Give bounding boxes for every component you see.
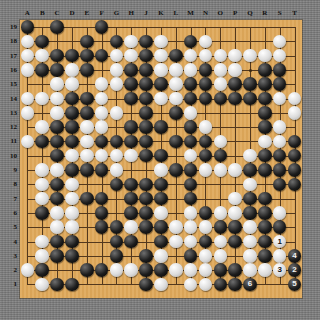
intersection-F3[interactable] [95, 249, 109, 263]
intersection-L6[interactable] [169, 206, 183, 220]
intersection-Q19[interactable] [243, 20, 257, 34]
intersection-H13[interactable] [124, 106, 138, 120]
intersection-L18[interactable] [169, 34, 183, 48]
intersection-H19[interactable] [124, 20, 138, 34]
black-stone-K10 [154, 149, 168, 163]
move-number-label: 4 [292, 252, 296, 260]
intersection-A15[interactable] [20, 77, 34, 91]
black-stone-J12 [139, 120, 153, 134]
black-stone-D11 [65, 135, 79, 149]
intersection-L3[interactable] [169, 249, 183, 263]
intersection-R18[interactable] [258, 34, 272, 48]
white-stone-D8 [65, 178, 79, 192]
white-stone-M6 [184, 206, 198, 220]
white-stone-K18 [154, 35, 168, 49]
column-label-A: A [20, 9, 34, 17]
white-stone-L15 [169, 77, 183, 91]
intersection-N8[interactable] [198, 177, 212, 191]
intersection-E1[interactable] [80, 277, 94, 291]
intersection-T19[interactable] [288, 20, 302, 34]
intersection-L7[interactable] [169, 192, 183, 206]
black-stone-B11 [35, 135, 49, 149]
intersection-G14[interactable] [109, 92, 123, 106]
black-stone-R7 [258, 192, 272, 206]
black-stone-C17 [50, 49, 64, 63]
white-stone-B12 [35, 120, 49, 134]
move-number-label: 1 [277, 238, 281, 246]
black-stone-R9 [258, 163, 272, 177]
white-stone-K3 [154, 249, 168, 263]
white-stone-L16 [169, 63, 183, 77]
white-stone-L14 [169, 92, 183, 106]
white-stone-E11 [80, 135, 94, 149]
black-stone-E13 [80, 106, 94, 120]
intersection-Q11[interactable] [243, 134, 257, 148]
white-stone-P6 [228, 206, 242, 220]
intersection-A1[interactable] [20, 277, 34, 291]
intersection-P13[interactable] [228, 106, 242, 120]
intersection-C2[interactable] [50, 263, 64, 277]
black-stone-R16 [258, 63, 272, 77]
black-stone-E2 [80, 263, 94, 277]
intersection-K19[interactable] [154, 20, 168, 34]
intersection-O7[interactable] [213, 192, 227, 206]
black-stone-R14 [258, 92, 272, 106]
intersection-O8[interactable] [213, 177, 227, 191]
go-board[interactable]: 143265 [20, 20, 302, 298]
white-stone-Q5 [243, 220, 257, 234]
black-stone-S16 [273, 63, 287, 77]
intersection-L12[interactable] [169, 120, 183, 134]
black-stone-D12 [65, 120, 79, 134]
white-stone-O16 [214, 63, 228, 77]
move-number-label: 2 [292, 266, 296, 274]
white-stone-N5 [199, 220, 213, 234]
intersection-Q13[interactable] [243, 106, 257, 120]
white-stone-L2 [169, 263, 183, 277]
black-stone-Q6 [243, 206, 257, 220]
white-stone-G2 [110, 263, 124, 277]
intersection-L10[interactable] [169, 149, 183, 163]
white-stone-E10 [80, 149, 94, 163]
intersection-A8[interactable] [20, 177, 34, 191]
white-stone-G13 [110, 106, 124, 120]
white-stone-O15 [214, 77, 228, 91]
intersection-H1[interactable] [124, 277, 138, 291]
intersection-G12[interactable] [109, 120, 123, 134]
row-label-5: 5 [0, 223, 17, 231]
intersection-E4[interactable] [80, 235, 94, 249]
intersection-H3[interactable] [124, 249, 138, 263]
black-stone-J11 [139, 135, 153, 149]
white-stone-E12 [80, 120, 94, 134]
black-stone-K5 [154, 220, 168, 234]
intersection-A7[interactable] [20, 192, 34, 206]
column-label-O: O [213, 9, 227, 17]
intersection-E3[interactable] [80, 249, 94, 263]
black-stone-Q1: 6 [243, 278, 257, 292]
intersection-D19[interactable] [65, 20, 79, 34]
intersection-T15[interactable] [288, 77, 302, 91]
column-label-T: T [288, 9, 302, 17]
intersection-B19[interactable] [35, 20, 49, 34]
row-label-15: 15 [0, 80, 17, 88]
black-stone-G5 [110, 220, 124, 234]
intersection-G1[interactable] [109, 277, 123, 291]
black-stone-D14 [65, 92, 79, 106]
black-stone-E9 [80, 163, 94, 177]
white-stone-K9 [154, 163, 168, 177]
intersection-J19[interactable] [139, 20, 153, 34]
black-stone-R3 [258, 249, 272, 263]
white-stone-K14 [154, 92, 168, 106]
black-stone-P1 [228, 278, 242, 292]
white-stone-P16 [228, 63, 242, 77]
black-stone-J5 [139, 220, 153, 234]
column-label-J: J [139, 9, 153, 17]
row-label-16: 16 [0, 66, 17, 74]
black-stone-J18 [139, 35, 153, 49]
white-stone-N12 [199, 120, 213, 134]
white-stone-D5 [65, 220, 79, 234]
white-stone-G9 [110, 163, 124, 177]
black-stone-J6 [139, 206, 153, 220]
row-label-7: 7 [0, 195, 17, 203]
black-stone-C19 [50, 20, 64, 34]
black-stone-C4 [50, 235, 64, 249]
black-stone-C1 [50, 278, 64, 292]
black-stone-T2: 2 [288, 263, 302, 277]
row-label-2: 2 [0, 266, 17, 274]
black-stone-D9 [65, 163, 79, 177]
black-stone-C3 [50, 249, 64, 263]
black-stone-G3 [110, 249, 124, 263]
white-stone-B3 [35, 249, 49, 263]
white-stone-Q4 [243, 235, 257, 249]
intersection-P8[interactable] [228, 177, 242, 191]
intersection-T17[interactable] [288, 49, 302, 63]
intersection-T12[interactable] [288, 120, 302, 134]
intersection-F1[interactable] [95, 277, 109, 291]
black-stone-B18 [35, 35, 49, 49]
black-stone-B2 [35, 263, 49, 277]
column-label-L: L [169, 9, 183, 17]
intersection-B13[interactable] [35, 106, 49, 120]
black-stone-Q14 [243, 92, 257, 106]
intersection-P18[interactable] [228, 34, 242, 48]
white-stone-S6 [273, 206, 287, 220]
black-stone-J13 [139, 106, 153, 120]
white-stone-K1 [154, 278, 168, 292]
black-stone-D3 [65, 249, 79, 263]
intersection-C18[interactable] [50, 34, 64, 48]
black-stone-E14 [80, 92, 94, 106]
white-stone-A13 [21, 106, 35, 120]
intersection-T5[interactable] [288, 220, 302, 234]
column-label-M: M [184, 9, 198, 17]
black-stone-R12 [258, 120, 272, 134]
column-label-G: G [109, 9, 123, 17]
intersection-P10[interactable] [228, 149, 242, 163]
intersection-S19[interactable] [273, 20, 287, 34]
intersection-N7[interactable] [198, 192, 212, 206]
intersection-N13[interactable] [198, 106, 212, 120]
intersection-F8[interactable] [95, 177, 109, 191]
white-stone-O3 [214, 249, 228, 263]
row-label-18: 18 [0, 37, 17, 45]
intersection-B5[interactable] [35, 220, 49, 234]
intersection-Q16[interactable] [243, 63, 257, 77]
white-stone-T13 [288, 106, 302, 120]
column-label-E: E [80, 9, 94, 17]
intersection-F18[interactable] [95, 34, 109, 48]
white-stone-S3 [273, 249, 287, 263]
move-number-label: 5 [292, 280, 296, 288]
black-stone-C16 [50, 63, 64, 77]
white-stone-R17 [258, 49, 272, 63]
black-stone-F6 [95, 206, 109, 220]
black-stone-R4 [258, 235, 272, 249]
intersection-O19[interactable] [213, 20, 227, 34]
black-stone-T3: 4 [288, 249, 302, 263]
black-stone-H15 [124, 77, 138, 91]
black-stone-K8 [154, 178, 168, 192]
row-label-13: 13 [0, 109, 17, 117]
black-stone-K12 [154, 120, 168, 134]
white-stone-D7 [65, 192, 79, 206]
black-stone-R5 [258, 220, 272, 234]
column-label-S: S [273, 9, 287, 17]
intersection-A10[interactable] [20, 149, 34, 163]
intersection-T16[interactable] [288, 63, 302, 77]
white-stone-H18 [124, 35, 138, 49]
intersection-M19[interactable] [184, 20, 198, 34]
black-stone-H11 [124, 135, 138, 149]
black-stone-R6 [258, 206, 272, 220]
intersection-L1[interactable] [169, 277, 183, 291]
intersection-R1[interactable] [258, 277, 272, 291]
intersection-E15[interactable] [80, 77, 94, 91]
black-stone-K2 [154, 263, 168, 277]
intersection-A12[interactable] [20, 120, 34, 134]
intersection-P19[interactable] [228, 20, 242, 34]
intersection-T18[interactable] [288, 34, 302, 48]
intersection-P12[interactable] [228, 120, 242, 134]
black-stone-L17 [169, 49, 183, 63]
black-stone-Q9 [243, 163, 257, 177]
black-stone-N15 [199, 77, 213, 91]
black-stone-E16 [80, 63, 94, 77]
column-label-Q: Q [243, 9, 257, 17]
white-stone-M13 [184, 106, 198, 120]
intersection-K11[interactable] [154, 134, 168, 148]
intersection-L8[interactable] [169, 177, 183, 191]
intersection-Q12[interactable] [243, 120, 257, 134]
white-stone-Q3 [243, 249, 257, 263]
intersection-B10[interactable] [35, 149, 49, 163]
black-stone-E7 [80, 192, 94, 206]
white-stone-B9 [35, 163, 49, 177]
white-stone-C6 [50, 206, 64, 220]
black-stone-P4 [228, 235, 242, 249]
intersection-D18[interactable] [65, 34, 79, 48]
white-stone-Q2 [243, 263, 257, 277]
column-label-N: N [198, 9, 212, 17]
intersection-G7[interactable] [109, 192, 123, 206]
intersection-F4[interactable] [95, 235, 109, 249]
intersection-K13[interactable] [154, 106, 168, 120]
column-label-R: R [258, 9, 272, 17]
intersection-P11[interactable] [228, 134, 242, 148]
white-stone-D16 [65, 63, 79, 77]
intersection-A5[interactable] [20, 220, 34, 234]
black-stone-N16 [199, 63, 213, 77]
white-stone-G15 [110, 77, 124, 91]
black-stone-Q7 [243, 192, 257, 206]
row-label-19: 19 [0, 23, 17, 31]
row-label-6: 6 [0, 209, 17, 217]
row-label-8: 8 [0, 180, 17, 188]
white-stone-A2 [21, 263, 35, 277]
white-stone-N3 [199, 249, 213, 263]
move-number-label: 3 [277, 266, 281, 274]
black-stone-C11 [50, 135, 64, 149]
black-stone-D17 [65, 49, 79, 63]
intersection-B15[interactable] [35, 77, 49, 91]
black-stone-H16 [124, 63, 138, 77]
intersection-S7[interactable] [273, 192, 287, 206]
row-label-17: 17 [0, 52, 17, 60]
intersection-E8[interactable] [80, 177, 94, 191]
row-label-1: 1 [0, 280, 17, 288]
white-stone-C13 [50, 106, 64, 120]
black-stone-R15 [258, 77, 272, 91]
white-stone-A18 [21, 35, 35, 49]
black-stone-Q15 [243, 77, 257, 91]
black-stone-O2 [214, 263, 228, 277]
white-stone-Q17 [243, 49, 257, 63]
intersection-E5[interactable] [80, 220, 94, 234]
row-label-9: 9 [0, 166, 17, 174]
intersection-G6[interactable] [109, 206, 123, 220]
move-number-label: 6 [248, 280, 252, 288]
intersection-R19[interactable] [258, 20, 272, 34]
column-label-B: B [35, 9, 49, 17]
column-label-C: C [50, 9, 64, 17]
intersection-S13[interactable] [273, 106, 287, 120]
intersection-A6[interactable] [20, 206, 34, 220]
intersection-D2[interactable] [65, 263, 79, 277]
intersection-G19[interactable] [109, 20, 123, 34]
column-label-K: K [154, 9, 168, 17]
intersection-L19[interactable] [169, 20, 183, 34]
row-label-3: 3 [0, 252, 17, 260]
intersection-J9[interactable] [139, 163, 153, 177]
black-stone-J16 [139, 63, 153, 77]
intersection-E6[interactable] [80, 206, 94, 220]
white-stone-O9 [214, 163, 228, 177]
column-label-D: D [65, 9, 79, 17]
white-stone-D10 [65, 149, 79, 163]
black-stone-L11 [169, 135, 183, 149]
black-stone-E17 [80, 49, 94, 63]
intersection-F16[interactable] [95, 63, 109, 77]
white-stone-B8 [35, 178, 49, 192]
intersection-Q18[interactable] [243, 34, 257, 48]
black-stone-J8 [139, 178, 153, 192]
intersection-O13[interactable] [213, 106, 227, 120]
column-label-F: F [95, 9, 109, 17]
white-stone-C15 [50, 77, 64, 91]
intersection-E19[interactable] [80, 20, 94, 34]
black-stone-H6 [124, 206, 138, 220]
white-stone-G16 [110, 63, 124, 77]
black-stone-K4 [154, 235, 168, 249]
column-label-H: H [124, 9, 138, 17]
intersection-T7[interactable] [288, 192, 302, 206]
intersection-O12[interactable] [213, 120, 227, 134]
white-stone-M16 [184, 63, 198, 77]
white-stone-K17 [154, 49, 168, 63]
white-stone-L5 [169, 220, 183, 234]
black-stone-D13 [65, 106, 79, 120]
white-stone-D15 [65, 77, 79, 91]
black-stone-D4 [65, 235, 79, 249]
intersection-P3[interactable] [228, 249, 242, 263]
intersection-S1[interactable] [273, 277, 287, 291]
white-stone-N9 [199, 163, 213, 177]
intersection-A9[interactable] [20, 163, 34, 177]
white-stone-K6 [154, 206, 168, 220]
intersection-J4[interactable] [139, 235, 153, 249]
black-stone-P5 [228, 220, 242, 234]
white-stone-N2 [199, 263, 213, 277]
black-stone-C7 [50, 192, 64, 206]
black-stone-L9 [169, 163, 183, 177]
black-stone-T9 [288, 163, 302, 177]
intersection-T6[interactable] [288, 206, 302, 220]
column-label-P: P [228, 9, 242, 17]
intersection-A3[interactable] [20, 249, 34, 263]
black-stone-J15 [139, 77, 153, 91]
black-stone-J3 [139, 249, 153, 263]
intersection-A4[interactable] [20, 235, 34, 249]
white-stone-R2 [258, 263, 272, 277]
black-stone-K15 [154, 77, 168, 91]
black-stone-N6 [199, 206, 213, 220]
white-stone-C14 [50, 92, 64, 106]
white-stone-R11 [258, 135, 272, 149]
intersection-N19[interactable] [198, 20, 212, 34]
black-stone-C8 [50, 178, 64, 192]
black-stone-D1 [65, 278, 79, 292]
intersection-O18[interactable] [213, 34, 227, 48]
row-label-12: 12 [0, 123, 17, 131]
row-label-4: 4 [0, 238, 17, 246]
white-stone-P9 [228, 163, 242, 177]
intersection-H9[interactable] [124, 163, 138, 177]
black-stone-H12 [124, 120, 138, 134]
row-label-14: 14 [0, 95, 17, 103]
white-stone-B1 [35, 278, 49, 292]
black-stone-P14 [228, 92, 242, 106]
black-stone-L13 [169, 106, 183, 120]
black-stone-R10 [258, 149, 272, 163]
white-stone-L4 [169, 235, 183, 249]
intersection-R8[interactable] [258, 177, 272, 191]
intersection-T4[interactable] [288, 235, 302, 249]
white-stone-A16 [21, 63, 35, 77]
